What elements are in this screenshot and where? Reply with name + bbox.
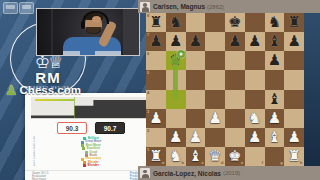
square-a8[interactable]: 8♜: [146, 13, 166, 32]
square-b1[interactable]: b♞: [166, 147, 186, 166]
rank-label: 6: [147, 52, 149, 56]
black-pawn[interactable]: ♟: [287, 34, 300, 49]
square-a5[interactable]: 5: [146, 70, 166, 89]
accuracy-scores: 90.3 90.7: [25, 122, 157, 134]
black-bishop[interactable]: ♝: [268, 92, 281, 107]
square-f3[interactable]: ♞: [245, 109, 265, 128]
eval-graph-marker: [74, 97, 75, 118]
square-h2[interactable]: ♟: [284, 128, 304, 147]
square-h4[interactable]: [284, 90, 304, 109]
square-g5[interactable]: [265, 70, 285, 89]
square-g4[interactable]: ♝: [265, 90, 285, 109]
black-pawn[interactable]: ♟: [169, 34, 182, 49]
square-g3[interactable]: ♟: [265, 109, 285, 128]
square-b8[interactable]: ♞: [166, 13, 186, 32]
square-f2[interactable]: ♟: [245, 128, 265, 147]
chess-board[interactable]: 8♜♞♚♞♜7♟♟♟♟♟♝♟6♛♟54♝3♟♟♞♟2♟♟♟♝♟1a♜b♞c♝d♛…: [146, 13, 304, 166]
square-e5[interactable]: [225, 70, 245, 89]
right-side-strip: [304, 0, 320, 180]
move-quality-list: 0Brilliant11Great Move06Best Move54Excel…: [25, 137, 157, 168]
square-d2[interactable]: [205, 128, 225, 147]
webcam-doorframe: [51, 9, 53, 55]
black-rook[interactable]: ♜: [149, 15, 162, 30]
square-g2[interactable]: ♝: [265, 128, 285, 147]
stream-camera-icon: [19, 2, 34, 14]
square-a2[interactable]: 2: [146, 128, 166, 147]
square-g1[interactable]: g: [265, 147, 285, 166]
square-e3[interactable]: [225, 109, 245, 128]
square-g6[interactable]: ♟: [265, 51, 285, 70]
square-c3[interactable]: [186, 109, 206, 128]
streamer-hand: [92, 16, 101, 23]
square-d3[interactable]: ♟: [205, 109, 225, 128]
square-h6[interactable]: [284, 51, 304, 70]
square-a4[interactable]: 4: [146, 90, 166, 109]
square-b7[interactable]: ♟: [166, 32, 186, 51]
square-e1[interactable]: e♚: [225, 147, 245, 166]
square-f7[interactable]: ♟: [245, 32, 265, 51]
chesscom-logo: ♟ Chess.com: [5, 83, 81, 97]
square-g8[interactable]: ♞: [265, 13, 285, 32]
white-bishop[interactable]: ♝: [268, 130, 281, 145]
square-c4[interactable]: [186, 90, 206, 109]
square-d7[interactable]: [205, 32, 225, 51]
black-rook[interactable]: ♜: [287, 15, 300, 30]
webcam-background: [123, 9, 139, 55]
square-a1[interactable]: 1a♜: [146, 147, 166, 166]
square-d6[interactable]: [205, 51, 225, 70]
white-knight[interactable]: ♞: [248, 111, 261, 126]
square-a6[interactable]: 6: [146, 51, 166, 70]
square-c7[interactable]: ♟: [186, 32, 206, 51]
square-h8[interactable]: ♜: [284, 13, 304, 32]
square-c2[interactable]: ♟: [186, 128, 206, 147]
black-pawn[interactable]: ♟: [189, 34, 202, 49]
square-b5[interactable]: [166, 70, 186, 89]
bottom-player-name: Garcia-Lopez, Nicolas: [153, 170, 221, 177]
square-f4[interactable]: [245, 90, 265, 109]
top-player-rating: (2862): [207, 4, 224, 10]
square-b6[interactable]: ♛: [166, 51, 186, 70]
square-a3[interactable]: 3♟: [146, 109, 166, 128]
square-c1[interactable]: c♝: [186, 147, 206, 166]
rank-label: 4: [147, 91, 149, 95]
file-label: f: [262, 161, 263, 165]
white-pawn[interactable]: ♟: [189, 130, 202, 145]
square-e8[interactable]: ♚: [225, 13, 245, 32]
bottom-player-avatar[interactable]: [140, 168, 150, 178]
eval-graph-line: [35, 99, 75, 101]
black-knight[interactable]: ♞: [268, 15, 281, 30]
square-e7[interactable]: ♟: [225, 32, 245, 51]
black-bishop[interactable]: ♝: [268, 34, 281, 49]
square-b2[interactable]: ♟: [166, 128, 186, 147]
square-g7[interactable]: ♝: [265, 32, 285, 51]
top-player-bar: Carlsen, Magnus (2862): [138, 0, 320, 13]
square-h7[interactable]: ♟: [284, 32, 304, 51]
square-e6[interactable]: [225, 51, 245, 70]
square-b3[interactable]: [166, 109, 186, 128]
square-h3[interactable]: [284, 109, 304, 128]
bottom-player-rating: (2019): [223, 170, 240, 176]
black-pawn[interactable]: ♟: [248, 34, 261, 49]
white-pawn[interactable]: ♟: [287, 130, 300, 145]
black-knight[interactable]: ♞: [169, 15, 182, 30]
square-f8[interactable]: [245, 13, 265, 32]
eval-graph[interactable]: [31, 97, 151, 119]
square-h5[interactable]: [284, 70, 304, 89]
square-d8[interactable]: [205, 13, 225, 32]
square-c6[interactable]: [186, 51, 206, 70]
white-pawn[interactable]: ♟: [268, 111, 281, 126]
white-pawn[interactable]: ♟: [208, 111, 221, 126]
top-player-name: Carlsen, Magnus: [153, 3, 205, 10]
bottom-player-bar: Garcia-Lopez, Nicolas (2019): [138, 166, 320, 180]
square-d1[interactable]: d♛: [205, 147, 225, 166]
chesscom-pawn-icon: ♟: [5, 83, 18, 97]
square-f1[interactable]: f: [245, 147, 265, 166]
white-bishop[interactable]: ♝: [189, 149, 202, 164]
white-knight[interactable]: ♞: [169, 149, 182, 164]
white-queen[interactable]: ♛: [208, 149, 221, 164]
rank-label: 2: [147, 129, 149, 133]
chesscom-wordmark: Chess.com: [20, 84, 81, 96]
black-pawn[interactable]: ♟: [228, 34, 241, 49]
file-label: g: [280, 161, 282, 165]
headphone-cup: [81, 21, 85, 29]
white-pawn[interactable]: ♟: [169, 130, 182, 145]
black-king[interactable]: ♚: [228, 15, 241, 30]
streamer-beard: [86, 27, 101, 34]
square-d5[interactable]: [205, 70, 225, 89]
square-e2[interactable]: [225, 128, 245, 147]
black-accuracy[interactable]: 90.7: [95, 122, 125, 134]
square-d4[interactable]: [205, 90, 225, 109]
rank-label: 5: [147, 71, 149, 75]
square-h1[interactable]: h♜: [284, 147, 304, 166]
white-king[interactable]: ♚: [228, 149, 241, 164]
black-pawn[interactable]: ♟: [149, 34, 162, 49]
square-c5[interactable]: [186, 70, 206, 89]
white-rook[interactable]: ♜: [149, 149, 162, 164]
white-rook[interactable]: ♜: [287, 149, 300, 164]
white-accuracy[interactable]: 90.3: [57, 122, 87, 134]
webcam: [36, 8, 140, 56]
black-queen[interactable]: ♛: [169, 53, 182, 68]
square-b4[interactable]: [166, 90, 186, 109]
stream-screen: ★ ★ ★ ♔♕ RM ROBERTO MEDINA ♟ Chess.com 9…: [0, 0, 320, 180]
square-f5[interactable]: [245, 70, 265, 89]
black-pawn[interactable]: ♟: [268, 53, 281, 68]
white-pawn[interactable]: ♟: [248, 130, 261, 145]
streamer-shirt: [63, 51, 121, 56]
square-f6[interactable]: [245, 51, 265, 70]
top-player-avatar[interactable]: [140, 2, 150, 12]
square-c8[interactable]: [186, 13, 206, 32]
stream-window-icon: [3, 2, 18, 14]
white-pawn[interactable]: ♟: [149, 111, 162, 126]
square-e4[interactable]: [225, 90, 245, 109]
square-a7[interactable]: 7♟: [146, 32, 166, 51]
